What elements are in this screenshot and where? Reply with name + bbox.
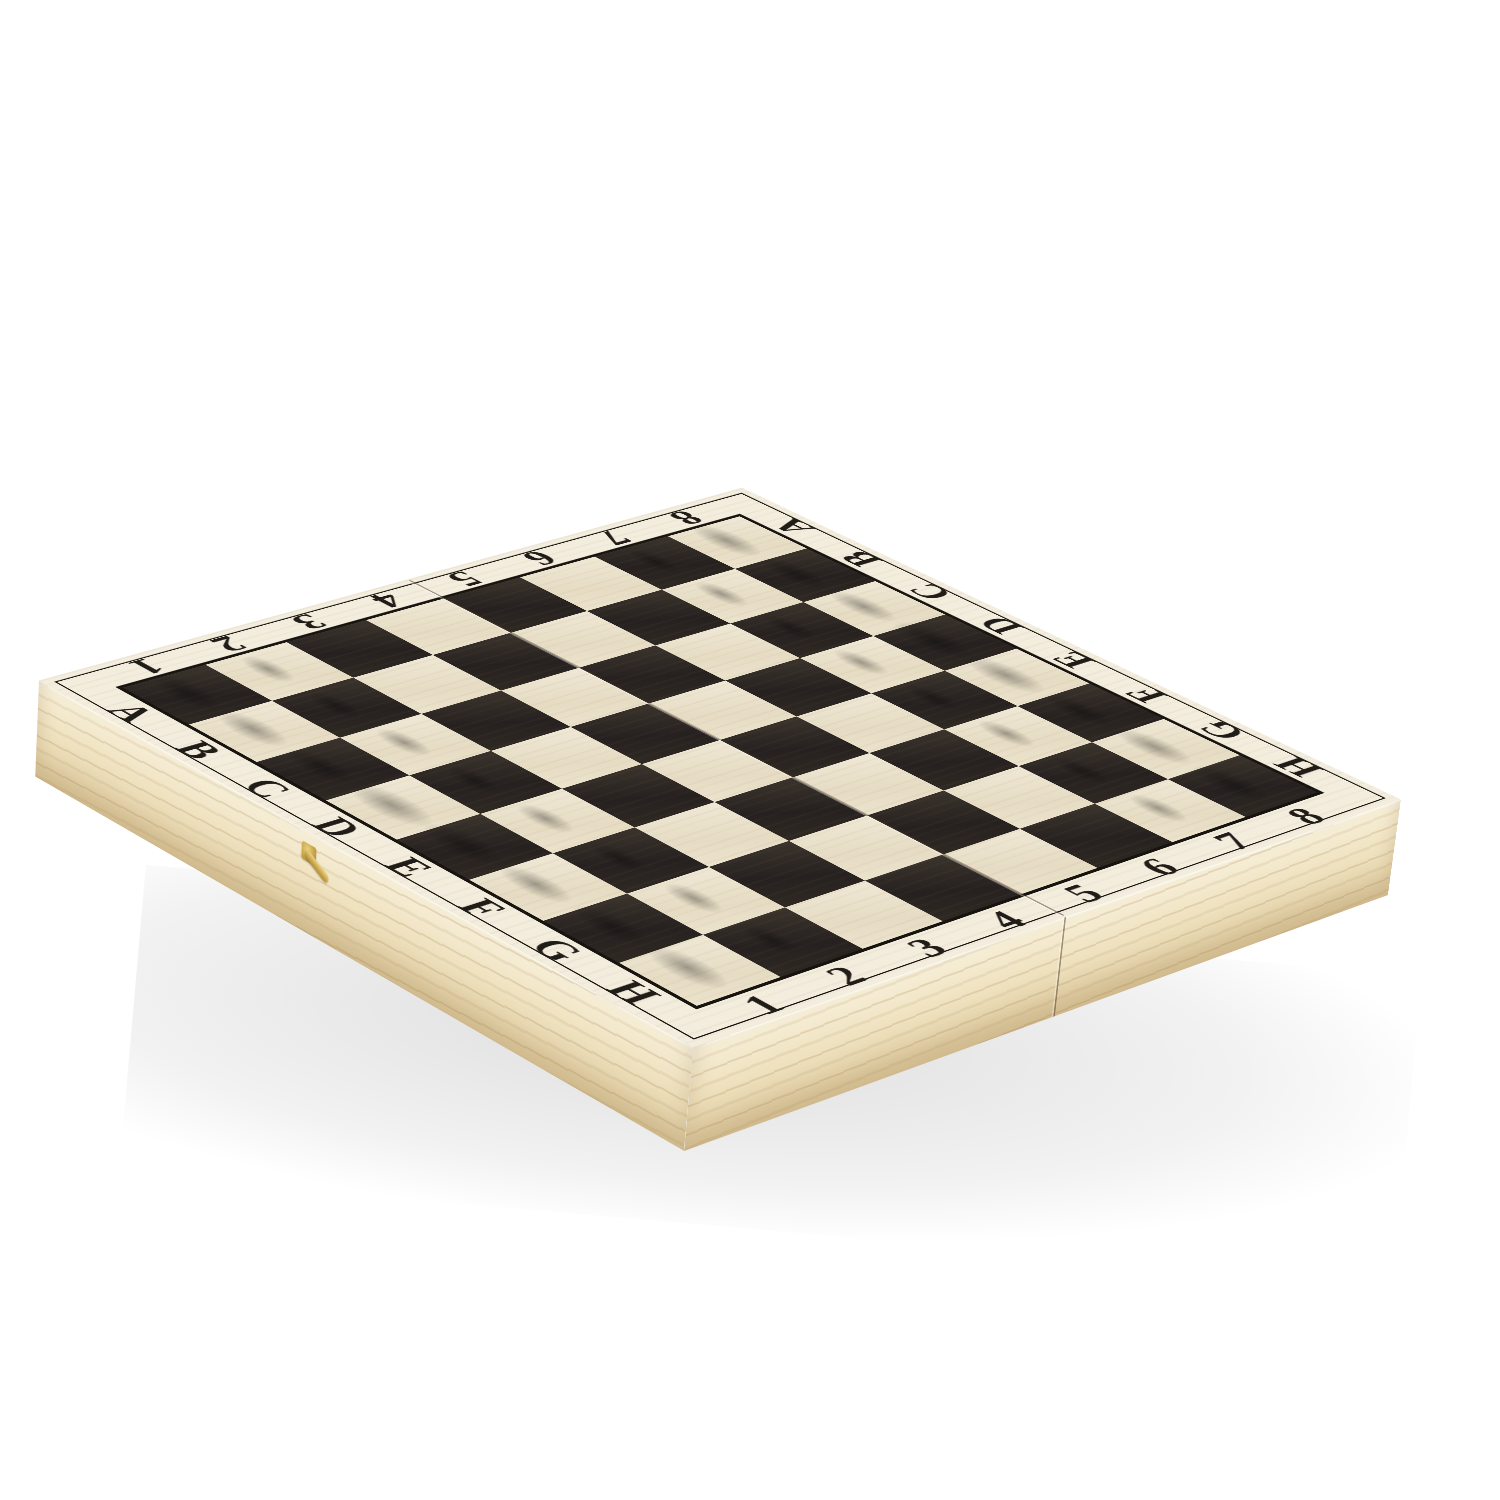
clasp-arm bbox=[305, 849, 330, 884]
fold-seam-edge bbox=[1053, 917, 1066, 1017]
product-photo-chess-set: AABBCCDDEEFFGGHH8877665544332211 ♜♞♝♚♛♝♞… bbox=[0, 0, 1500, 1500]
